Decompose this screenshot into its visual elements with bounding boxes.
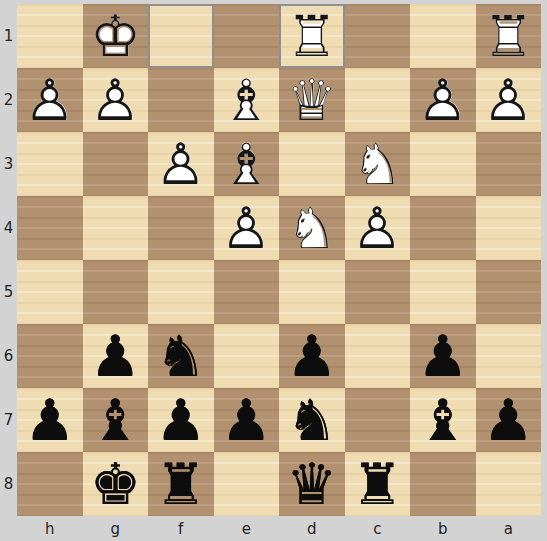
black-knight[interactable]: ♞♘ [148,324,214,388]
square-h5[interactable] [17,260,83,324]
rank-label-6: 6 [0,324,17,388]
black-queen-icon: ♛ [279,452,345,516]
black-bishop-outline-icon: ♗ [410,388,476,452]
white-bishop-outline-icon: ♗ [214,132,280,196]
white-pawn-icon: ♟ [17,68,83,132]
black-knight-outline-icon: ♘ [279,388,345,452]
white-pawn-outline-icon: ♙ [148,132,214,196]
black-rook-icon: ♜ [345,452,411,516]
file-label-b: b [410,516,476,541]
black-rook-outline-icon: ♖ [345,452,411,516]
white-knight-icon: ♞ [279,196,345,260]
black-pawn-icon: ♟ [17,388,83,452]
black-king-outline-icon: ♔ [83,452,149,516]
white-bishop-icon: ♝ [214,132,280,196]
square-f5[interactable] [148,260,214,324]
black-pawn-outline-icon: ♙ [214,388,280,452]
white-rook[interactable]: ♜♖ [476,4,542,68]
black-knight-icon: ♞ [148,324,214,388]
square-c3[interactable]: ♞♘ [345,132,411,196]
square-b5[interactable] [410,260,476,324]
rank-label-4: 4 [0,196,17,260]
white-pawn[interactable]: ♟♙ [17,68,83,132]
black-pawn[interactable]: ♟♙ [214,388,280,452]
square-e5[interactable] [214,260,280,324]
rank-label-5: 5 [0,260,17,324]
square-c5[interactable] [345,260,411,324]
chess-board-panel: 1 2 3 4 5 6 7 8 ♚♔♜♖♜♖♟♙♟♙♝♗♛♕♟♙♟♙♟♙♝♗♞♘… [0,0,547,541]
rank-label-8: 8 [0,452,17,516]
black-pawn-icon: ♟ [214,388,280,452]
white-pawn[interactable]: ♟♙ [83,68,149,132]
white-queen[interactable]: ♛♕ [279,68,345,132]
white-pawn[interactable]: ♟♙ [345,196,411,260]
square-e7[interactable]: ♟♙ [214,388,280,452]
white-king[interactable]: ♚♔ [83,4,149,68]
rank-label-3: 3 [0,132,17,196]
square-e4[interactable]: ♟♙ [214,196,280,260]
file-label-f: f [148,516,214,541]
square-b1[interactable] [410,4,476,68]
file-label-a: a [476,516,542,541]
square-h2[interactable]: ♟♙ [17,68,83,132]
rank-label-2: 2 [0,68,17,132]
rank-label-7: 7 [0,388,17,452]
square-a4[interactable] [476,196,542,260]
square-a1[interactable]: ♜♖ [476,4,542,68]
square-d1[interactable]: ♜♖ [279,4,345,68]
square-h3[interactable] [17,132,83,196]
square-h1[interactable] [17,4,83,68]
white-pawn[interactable]: ♟♙ [476,68,542,132]
square-g4[interactable] [83,196,149,260]
square-e6[interactable] [214,324,280,388]
board-grid: ♚♔♜♖♜♖♟♙♟♙♝♗♛♕♟♙♟♙♟♙♝♗♞♘♟♙♞♘♟♙♟♙♞♘♟♙♟♙♟♙… [17,4,541,516]
square-d8[interactable]: ♛♕ [279,452,345,516]
black-pawn[interactable]: ♟♙ [410,324,476,388]
black-queen-outline-icon: ♕ [279,452,345,516]
square-c6[interactable] [345,324,411,388]
black-pawn-outline-icon: ♙ [83,324,149,388]
black-rook-icon: ♜ [148,452,214,516]
white-bishop[interactable]: ♝♗ [214,132,280,196]
square-d4[interactable]: ♞♘ [279,196,345,260]
square-c4[interactable]: ♟♙ [345,196,411,260]
square-f6[interactable]: ♞♘ [148,324,214,388]
white-pawn-outline-icon: ♙ [83,68,149,132]
square-f3[interactable]: ♟♙ [148,132,214,196]
file-label-h: h [17,516,83,541]
square-f1[interactable] [148,4,214,68]
square-g5[interactable] [83,260,149,324]
black-pawn[interactable]: ♟♙ [279,324,345,388]
square-g6[interactable]: ♟♙ [83,324,149,388]
white-bishop-outline-icon: ♗ [214,68,280,132]
white-bishop[interactable]: ♝♗ [214,68,280,132]
square-e3[interactable]: ♝♗ [214,132,280,196]
square-b3[interactable] [410,132,476,196]
white-knight[interactable]: ♞♘ [345,132,411,196]
square-c2[interactable] [345,68,411,132]
black-pawn-icon: ♟ [83,324,149,388]
black-pawn-icon: ♟ [279,324,345,388]
square-c1[interactable] [345,4,411,68]
square-b2[interactable]: ♟♙ [410,68,476,132]
white-rook-outline-icon: ♖ [279,4,345,68]
black-rook-outline-icon: ♖ [148,452,214,516]
square-g3[interactable] [83,132,149,196]
square-c8[interactable]: ♜♖ [345,452,411,516]
square-c7[interactable] [345,388,411,452]
square-d7[interactable]: ♞♘ [279,388,345,452]
black-rook[interactable]: ♜♖ [345,452,411,516]
white-pawn-icon: ♟ [214,196,280,260]
square-d2[interactable]: ♛♕ [279,68,345,132]
white-pawn-icon: ♟ [148,132,214,196]
black-pawn[interactable]: ♟♙ [476,388,542,452]
square-b7[interactable]: ♝♗ [410,388,476,452]
white-king-icon: ♚ [83,4,149,68]
white-knight-icon: ♞ [345,132,411,196]
file-label-g: g [83,516,149,541]
white-rook[interactable]: ♜♖ [279,4,345,68]
white-rook-icon: ♜ [476,4,542,68]
black-knight-outline-icon: ♘ [148,324,214,388]
square-g1[interactable]: ♚♔ [83,4,149,68]
square-f2[interactable] [148,68,214,132]
black-pawn[interactable]: ♟♙ [83,324,149,388]
square-h6[interactable] [17,324,83,388]
black-knight[interactable]: ♞♘ [279,388,345,452]
white-pawn-icon: ♟ [476,68,542,132]
black-bishop-outline-icon: ♗ [83,388,149,452]
square-e8[interactable] [214,452,280,516]
white-pawn-icon: ♟ [345,196,411,260]
white-knight-outline-icon: ♘ [279,196,345,260]
square-g7[interactable]: ♝♗ [83,388,149,452]
black-rook[interactable]: ♜♖ [148,452,214,516]
black-pawn[interactable]: ♟♙ [148,388,214,452]
white-bishop-icon: ♝ [214,68,280,132]
black-queen[interactable]: ♛♕ [279,452,345,516]
square-a7[interactable]: ♟♙ [476,388,542,452]
square-e2[interactable]: ♝♗ [214,68,280,132]
square-e1[interactable] [214,4,280,68]
white-knight[interactable]: ♞♘ [279,196,345,260]
square-g8[interactable]: ♚♔ [83,452,149,516]
square-f4[interactable] [148,196,214,260]
white-pawn-outline-icon: ♙ [214,196,280,260]
square-d3[interactable] [279,132,345,196]
square-a5[interactable] [476,260,542,324]
white-rook-outline-icon: ♖ [476,4,542,68]
file-label-d: d [279,516,345,541]
black-pawn-icon: ♟ [148,388,214,452]
white-pawn-icon: ♟ [83,68,149,132]
file-labels: h g f e d c b a [17,516,541,541]
file-label-c: c [345,516,411,541]
rank-labels: 1 2 3 4 5 6 7 8 [0,4,17,516]
white-queen-outline-icon: ♕ [279,68,345,132]
black-knight-icon: ♞ [279,388,345,452]
rank-label-1: 1 [0,4,17,68]
black-pawn-outline-icon: ♙ [476,388,542,452]
black-pawn-outline-icon: ♙ [279,324,345,388]
black-pawn[interactable]: ♟♙ [17,388,83,452]
square-d5[interactable] [279,260,345,324]
white-pawn-outline-icon: ♙ [410,68,476,132]
black-pawn-outline-icon: ♙ [17,388,83,452]
white-king-outline-icon: ♔ [83,4,149,68]
square-d6[interactable]: ♟♙ [279,324,345,388]
black-bishop[interactable]: ♝♗ [410,388,476,452]
file-label-e: e [214,516,280,541]
square-h4[interactable] [17,196,83,260]
black-pawn-icon: ♟ [476,388,542,452]
white-pawn[interactable]: ♟♙ [410,68,476,132]
white-pawn-icon: ♟ [410,68,476,132]
square-h7[interactable]: ♟♙ [17,388,83,452]
black-king-icon: ♚ [83,452,149,516]
white-pawn-outline-icon: ♙ [345,196,411,260]
square-g2[interactable]: ♟♙ [83,68,149,132]
square-b6[interactable]: ♟♙ [410,324,476,388]
square-h8[interactable] [17,452,83,516]
square-f8[interactable]: ♜♖ [148,452,214,516]
square-a2[interactable]: ♟♙ [476,68,542,132]
square-b4[interactable] [410,196,476,260]
square-f7[interactable]: ♟♙ [148,388,214,452]
black-pawn-icon: ♟ [410,324,476,388]
white-rook-icon: ♜ [279,4,345,68]
black-king[interactable]: ♚♔ [83,452,149,516]
white-queen-icon: ♛ [279,68,345,132]
white-pawn[interactable]: ♟♙ [148,132,214,196]
black-pawn-outline-icon: ♙ [148,388,214,452]
white-pawn[interactable]: ♟♙ [214,196,280,260]
black-bishop[interactable]: ♝♗ [83,388,149,452]
white-knight-outline-icon: ♘ [345,132,411,196]
black-bishop-icon: ♝ [83,388,149,452]
white-pawn-outline-icon: ♙ [476,68,542,132]
square-b8[interactable] [410,452,476,516]
black-pawn-outline-icon: ♙ [410,324,476,388]
square-a6[interactable] [476,324,542,388]
square-a8[interactable] [476,452,542,516]
square-a3[interactable] [476,132,542,196]
white-pawn-outline-icon: ♙ [17,68,83,132]
black-bishop-icon: ♝ [410,388,476,452]
